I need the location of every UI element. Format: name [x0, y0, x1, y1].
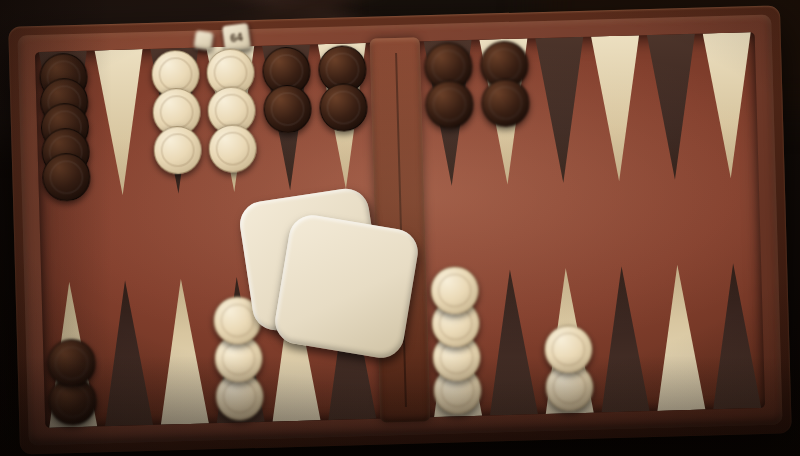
- point-triangle: [705, 258, 765, 410]
- quadrant-bottom-right: [426, 258, 765, 417]
- point-10[interactable]: [153, 273, 213, 425]
- checker-white[interactable]: [208, 124, 257, 173]
- point-20[interactable]: [476, 38, 536, 190]
- point-2[interactable]: [649, 259, 709, 411]
- point-24[interactable]: [699, 32, 759, 184]
- quadrant-top-left: [35, 43, 374, 202]
- checker-black[interactable]: [42, 153, 91, 202]
- spare-die[interactable]: [193, 30, 213, 50]
- point-5[interactable]: [482, 264, 542, 416]
- point-triangle: [97, 275, 157, 427]
- right-half: [420, 32, 765, 417]
- suede-frame: [17, 15, 782, 446]
- backgammon-case: 64: [8, 5, 792, 454]
- point-16[interactable]: [202, 46, 262, 198]
- point-17[interactable]: [258, 44, 318, 196]
- checker-white[interactable]: [543, 325, 592, 374]
- point-6[interactable]: [426, 266, 486, 418]
- felt-playing-field: [35, 32, 765, 428]
- point-3[interactable]: [593, 261, 653, 413]
- quadrant-top-right: [420, 32, 759, 191]
- point-22[interactable]: [587, 35, 647, 187]
- point-11[interactable]: [97, 275, 157, 427]
- point-12[interactable]: [41, 276, 101, 428]
- point-triangle: [643, 34, 703, 186]
- point-triangle: [531, 37, 591, 189]
- die-front[interactable]: [272, 212, 421, 361]
- checker-white[interactable]: [153, 126, 202, 175]
- point-21[interactable]: [531, 37, 591, 189]
- checker-black[interactable]: [425, 80, 474, 129]
- point-19[interactable]: [420, 40, 480, 192]
- point-triangle: [482, 264, 542, 416]
- point-triangle: [587, 35, 647, 187]
- point-14[interactable]: [91, 49, 151, 201]
- point-1[interactable]: [705, 258, 765, 410]
- point-triangle: [699, 32, 759, 184]
- point-23[interactable]: [643, 34, 703, 186]
- checker-black[interactable]: [263, 84, 312, 133]
- scene: 64: [0, 0, 800, 456]
- point-15[interactable]: [147, 47, 207, 199]
- checker-black[interactable]: [481, 78, 530, 127]
- doubling-cube[interactable]: 64: [222, 23, 251, 52]
- checker-black[interactable]: [47, 339, 96, 388]
- point-18[interactable]: [314, 43, 374, 195]
- point-4[interactable]: [538, 263, 598, 415]
- point-triangle: [91, 49, 151, 201]
- checker-black[interactable]: [319, 83, 368, 132]
- point-13[interactable]: [35, 51, 95, 203]
- point-triangle: [153, 273, 213, 425]
- point-triangle: [593, 261, 653, 413]
- point-triangle: [649, 259, 709, 411]
